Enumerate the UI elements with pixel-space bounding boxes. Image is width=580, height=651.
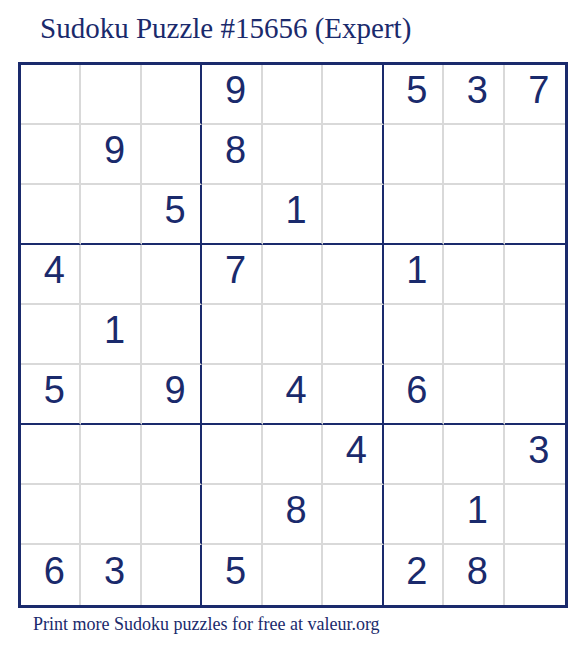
cell-r8c3 (142, 485, 202, 545)
cell-r7c4 (202, 425, 262, 485)
cell-r6c8 (444, 365, 504, 425)
cell-r5c5 (263, 305, 323, 365)
cell-r9c2: 3 (81, 545, 141, 605)
cell-r5c6 (323, 305, 383, 365)
cell-r1c5 (263, 65, 323, 125)
cell-r9c3 (142, 545, 202, 605)
cell-r7c7 (384, 425, 444, 485)
cell-r3c2 (81, 185, 141, 245)
puzzle-title: Sudoku Puzzle #15656 (Expert) (40, 12, 411, 45)
given-digit: 6 (44, 550, 65, 593)
cell-r5c9 (505, 305, 565, 365)
given-digit: 4 (285, 369, 306, 412)
cell-r3c9 (505, 185, 565, 245)
given-digit: 9 (225, 69, 246, 112)
given-digit: 9 (165, 369, 186, 412)
cell-r4c5 (263, 245, 323, 305)
given-digit: 9 (104, 129, 125, 172)
given-digit: 1 (467, 489, 488, 532)
given-digit: 5 (225, 550, 246, 593)
cell-r6c4 (202, 365, 262, 425)
cell-r6c6 (323, 365, 383, 425)
cell-r9c5 (263, 545, 323, 605)
cell-r8c9 (505, 485, 565, 545)
cell-r3c5: 1 (263, 185, 323, 245)
cell-r9c8: 8 (444, 545, 504, 605)
cell-r8c8: 1 (444, 485, 504, 545)
cell-r5c7 (384, 305, 444, 365)
cell-r3c7 (384, 185, 444, 245)
cell-r9c7: 2 (384, 545, 444, 605)
given-digit: 3 (528, 429, 549, 472)
cell-r5c2: 1 (81, 305, 141, 365)
cell-r6c2 (81, 365, 141, 425)
cell-r1c3 (142, 65, 202, 125)
cell-r1c9: 7 (505, 65, 565, 125)
cell-r6c1: 5 (21, 365, 81, 425)
cell-r8c7 (384, 485, 444, 545)
cell-r2c2: 9 (81, 125, 141, 185)
given-digit: 2 (406, 550, 427, 593)
given-digit: 1 (406, 249, 427, 292)
given-digit: 1 (285, 189, 306, 232)
cell-r8c2 (81, 485, 141, 545)
cell-r9c1: 6 (21, 545, 81, 605)
cell-r2c1 (21, 125, 81, 185)
cell-r7c9: 3 (505, 425, 565, 485)
cell-r8c4 (202, 485, 262, 545)
cell-r6c3: 9 (142, 365, 202, 425)
given-digit: 8 (285, 489, 306, 532)
given-digit: 8 (225, 129, 246, 172)
cell-r6c5: 4 (263, 365, 323, 425)
given-digit: 7 (225, 249, 246, 292)
cell-r4c3 (142, 245, 202, 305)
cell-r8c5: 8 (263, 485, 323, 545)
cell-r1c6 (323, 65, 383, 125)
given-digit: 3 (104, 550, 125, 593)
cell-r2c5 (263, 125, 323, 185)
cell-r1c2 (81, 65, 141, 125)
cell-r4c8 (444, 245, 504, 305)
given-digit: 5 (165, 189, 186, 232)
cell-r7c5 (263, 425, 323, 485)
given-digit: 4 (346, 429, 367, 472)
cell-r7c1 (21, 425, 81, 485)
cell-r2c9 (505, 125, 565, 185)
cell-r8c1 (21, 485, 81, 545)
cell-r6c9 (505, 365, 565, 425)
cell-r7c8 (444, 425, 504, 485)
cell-r8c6 (323, 485, 383, 545)
cell-r3c4 (202, 185, 262, 245)
given-digit: 8 (467, 550, 488, 593)
cell-r9c9 (505, 545, 565, 605)
given-digit: 6 (406, 369, 427, 412)
given-digit: 5 (406, 69, 427, 112)
given-digit: 5 (44, 369, 65, 412)
cell-r4c6 (323, 245, 383, 305)
cell-r4c7: 1 (384, 245, 444, 305)
cell-r3c6 (323, 185, 383, 245)
cell-r1c1 (21, 65, 81, 125)
cell-r4c1: 4 (21, 245, 81, 305)
given-digit: 1 (104, 309, 125, 352)
given-digit: 3 (467, 69, 488, 112)
cell-r6c7: 6 (384, 365, 444, 425)
cell-r1c8: 3 (444, 65, 504, 125)
footer-credit-text: Print more Sudoku puzzles for free at va… (33, 614, 380, 635)
given-digit: 7 (528, 69, 549, 112)
cell-r3c1 (21, 185, 81, 245)
cell-r1c7: 5 (384, 65, 444, 125)
sudoku-board: 9537985147115946438163528 (18, 62, 568, 608)
cell-r5c4 (202, 305, 262, 365)
cell-r5c1 (21, 305, 81, 365)
cell-r4c4: 7 (202, 245, 262, 305)
cell-r7c6: 4 (323, 425, 383, 485)
cell-r4c9 (505, 245, 565, 305)
cell-r2c7 (384, 125, 444, 185)
cell-r9c6 (323, 545, 383, 605)
cell-r2c4: 8 (202, 125, 262, 185)
cell-r3c3: 5 (142, 185, 202, 245)
cell-r7c3 (142, 425, 202, 485)
cell-r9c4: 5 (202, 545, 262, 605)
cell-r5c8 (444, 305, 504, 365)
cell-r5c3 (142, 305, 202, 365)
cell-r2c8 (444, 125, 504, 185)
cell-r2c3 (142, 125, 202, 185)
given-digit: 4 (44, 249, 65, 292)
cell-r4c2 (81, 245, 141, 305)
cell-r2c6 (323, 125, 383, 185)
cell-r1c4: 9 (202, 65, 262, 125)
cell-r3c8 (444, 185, 504, 245)
cell-r7c2 (81, 425, 141, 485)
